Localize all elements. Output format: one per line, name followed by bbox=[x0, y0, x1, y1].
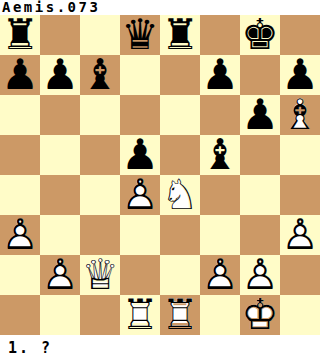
piece-outline: ♔ bbox=[240, 295, 280, 335]
white-knight-piece: ♞♘ bbox=[160, 175, 200, 215]
black-pawn-piece: ♟ bbox=[200, 55, 240, 95]
square-a8[interactable]: ♜ bbox=[0, 15, 40, 55]
square-e7[interactable] bbox=[160, 55, 200, 95]
chess-app-window: Aemis.073 ♜♛♜♚♟♟♝♟♟♟♝♗♟♝♟♙♞♘♟♙♟♙♟♙♛♕♟♙♟♙… bbox=[0, 0, 320, 360]
square-c4[interactable] bbox=[80, 175, 120, 215]
black-rook-piece: ♜ bbox=[160, 15, 200, 55]
piece-outline: ♙ bbox=[200, 255, 240, 295]
black-pawn-piece: ♟ bbox=[280, 55, 320, 95]
square-f5[interactable]: ♝ bbox=[200, 135, 240, 175]
square-a6[interactable] bbox=[0, 95, 40, 135]
square-g7[interactable] bbox=[240, 55, 280, 95]
black-rook-piece: ♜ bbox=[0, 15, 40, 55]
white-pawn-piece: ♟♙ bbox=[120, 175, 160, 215]
square-d3[interactable] bbox=[120, 215, 160, 255]
square-b2[interactable]: ♟♙ bbox=[40, 255, 80, 295]
square-c5[interactable] bbox=[80, 135, 120, 175]
square-g1[interactable]: ♚♔ bbox=[240, 295, 280, 335]
black-pawn-piece: ♟ bbox=[40, 55, 80, 95]
square-c2[interactable]: ♛♕ bbox=[80, 255, 120, 295]
square-f1[interactable] bbox=[200, 295, 240, 335]
square-b3[interactable] bbox=[40, 215, 80, 255]
white-queen-piece: ♛♕ bbox=[80, 255, 120, 295]
square-d6[interactable] bbox=[120, 95, 160, 135]
black-pawn-piece: ♟ bbox=[120, 135, 160, 175]
square-e5[interactable] bbox=[160, 135, 200, 175]
piece-outline: ♙ bbox=[40, 255, 80, 295]
square-d1[interactable]: ♜♖ bbox=[120, 295, 160, 335]
square-b1[interactable] bbox=[40, 295, 80, 335]
square-h6[interactable]: ♝♗ bbox=[280, 95, 320, 135]
square-b8[interactable] bbox=[40, 15, 80, 55]
square-d5[interactable]: ♟ bbox=[120, 135, 160, 175]
square-a4[interactable] bbox=[0, 175, 40, 215]
piece-outline: ♙ bbox=[280, 215, 320, 255]
piece-outline: ♙ bbox=[120, 175, 160, 215]
piece-outline: ♗ bbox=[280, 95, 320, 135]
square-e6[interactable] bbox=[160, 95, 200, 135]
square-d2[interactable] bbox=[120, 255, 160, 295]
white-bishop-piece: ♝♗ bbox=[280, 95, 320, 135]
black-pawn-piece: ♟ bbox=[0, 55, 40, 95]
square-h2[interactable] bbox=[280, 255, 320, 295]
piece-outline: ♕ bbox=[80, 255, 120, 295]
piece-outline: ♖ bbox=[120, 295, 160, 335]
piece-outline: ♙ bbox=[0, 215, 40, 255]
square-g8[interactable]: ♚ bbox=[240, 15, 280, 55]
square-c3[interactable] bbox=[80, 215, 120, 255]
square-g4[interactable] bbox=[240, 175, 280, 215]
square-d4[interactable]: ♟♙ bbox=[120, 175, 160, 215]
square-a3[interactable]: ♟♙ bbox=[0, 215, 40, 255]
square-a2[interactable] bbox=[0, 255, 40, 295]
square-b7[interactable]: ♟ bbox=[40, 55, 80, 95]
square-g6[interactable]: ♟ bbox=[240, 95, 280, 135]
white-pawn-piece: ♟♙ bbox=[280, 215, 320, 255]
piece-outline: ♘ bbox=[160, 175, 200, 215]
square-e8[interactable]: ♜ bbox=[160, 15, 200, 55]
square-f2[interactable]: ♟♙ bbox=[200, 255, 240, 295]
square-h3[interactable]: ♟♙ bbox=[280, 215, 320, 255]
square-g2[interactable]: ♟♙ bbox=[240, 255, 280, 295]
white-rook-piece: ♜♖ bbox=[120, 295, 160, 335]
square-d7[interactable] bbox=[120, 55, 160, 95]
white-pawn-piece: ♟♙ bbox=[0, 215, 40, 255]
chess-board: ♜♛♜♚♟♟♝♟♟♟♝♗♟♝♟♙♞♘♟♙♟♙♟♙♛♕♟♙♟♙♜♖♜♖♚♔ bbox=[0, 15, 320, 335]
black-bishop-piece: ♝ bbox=[200, 135, 240, 175]
square-f4[interactable] bbox=[200, 175, 240, 215]
black-pawn-piece: ♟ bbox=[240, 95, 280, 135]
square-c1[interactable] bbox=[80, 295, 120, 335]
black-king-piece: ♚ bbox=[240, 15, 280, 55]
square-c6[interactable] bbox=[80, 95, 120, 135]
square-a5[interactable] bbox=[0, 135, 40, 175]
square-c8[interactable] bbox=[80, 15, 120, 55]
white-rook-piece: ♜♖ bbox=[160, 295, 200, 335]
white-king-piece: ♚♔ bbox=[240, 295, 280, 335]
square-h4[interactable] bbox=[280, 175, 320, 215]
piece-outline: ♖ bbox=[160, 295, 200, 335]
square-a1[interactable] bbox=[0, 295, 40, 335]
square-e2[interactable] bbox=[160, 255, 200, 295]
white-pawn-piece: ♟♙ bbox=[240, 255, 280, 295]
square-e4[interactable]: ♞♘ bbox=[160, 175, 200, 215]
square-f7[interactable]: ♟ bbox=[200, 55, 240, 95]
square-d8[interactable]: ♛ bbox=[120, 15, 160, 55]
square-b4[interactable] bbox=[40, 175, 80, 215]
black-bishop-piece: ♝ bbox=[80, 55, 120, 95]
square-b5[interactable] bbox=[40, 135, 80, 175]
square-e3[interactable] bbox=[160, 215, 200, 255]
square-h7[interactable]: ♟ bbox=[280, 55, 320, 95]
square-h1[interactable] bbox=[280, 295, 320, 335]
white-pawn-piece: ♟♙ bbox=[200, 255, 240, 295]
square-f8[interactable] bbox=[200, 15, 240, 55]
square-h5[interactable] bbox=[280, 135, 320, 175]
square-g3[interactable] bbox=[240, 215, 280, 255]
piece-outline: ♙ bbox=[240, 255, 280, 295]
square-h8[interactable] bbox=[280, 15, 320, 55]
square-e1[interactable]: ♜♖ bbox=[160, 295, 200, 335]
square-g5[interactable] bbox=[240, 135, 280, 175]
square-f3[interactable] bbox=[200, 215, 240, 255]
black-queen-piece: ♛ bbox=[120, 15, 160, 55]
square-c7[interactable]: ♝ bbox=[80, 55, 120, 95]
square-f6[interactable] bbox=[200, 95, 240, 135]
square-a7[interactable]: ♟ bbox=[0, 55, 40, 95]
white-pawn-piece: ♟♙ bbox=[40, 255, 80, 295]
square-b6[interactable] bbox=[40, 95, 80, 135]
